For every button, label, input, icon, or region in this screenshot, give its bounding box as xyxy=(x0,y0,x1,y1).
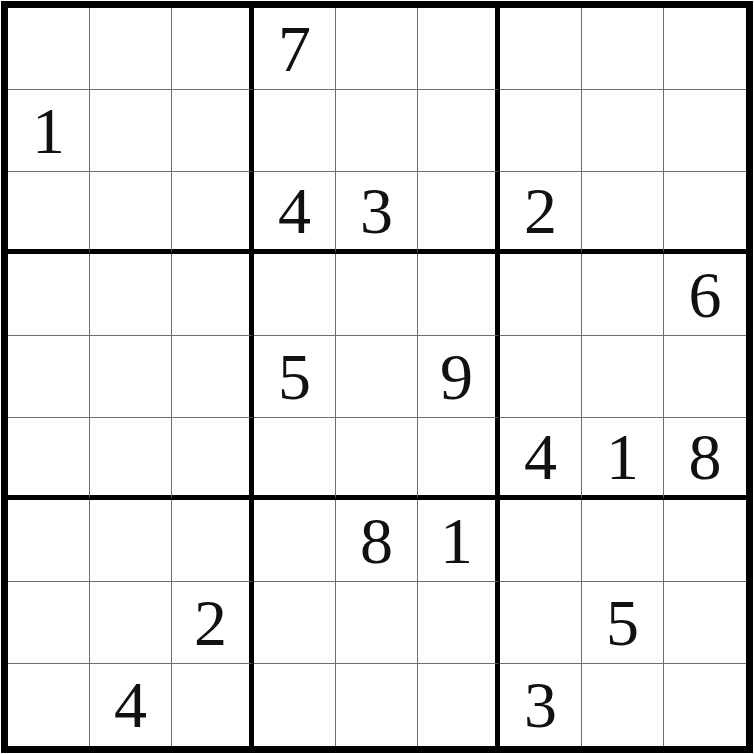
cell-r5c5-empty[interactable] xyxy=(336,336,418,418)
cell-r5c7-empty[interactable] xyxy=(500,336,582,418)
cell-r2c6-empty[interactable] xyxy=(418,90,500,172)
cell-r3c6-empty[interactable] xyxy=(418,172,500,254)
cell-r2c5-empty[interactable] xyxy=(336,90,418,172)
cell-r6c6-empty[interactable] xyxy=(418,418,500,500)
cell-r2c1-given[interactable]: 1 xyxy=(8,90,90,172)
cell-r4c5-empty[interactable] xyxy=(336,254,418,336)
cell-r5c4-given[interactable]: 5 xyxy=(254,336,336,418)
cell-r8c2-empty[interactable] xyxy=(90,582,172,664)
cell-r1c1-empty[interactable] xyxy=(8,8,90,90)
cell-r7c5-given[interactable]: 8 xyxy=(336,500,418,582)
cell-r7c9-empty[interactable] xyxy=(664,500,746,582)
cell-r4c9-given[interactable]: 6 xyxy=(664,254,746,336)
cell-r9c6-empty[interactable] xyxy=(418,664,500,746)
cell-r9c9-empty[interactable] xyxy=(664,664,746,746)
cell-r1c9-empty[interactable] xyxy=(664,8,746,90)
cell-r9c2-given[interactable]: 4 xyxy=(90,664,172,746)
cell-r3c7-given[interactable]: 2 xyxy=(500,172,582,254)
cell-r7c8-empty[interactable] xyxy=(582,500,664,582)
cell-r2c7-empty[interactable] xyxy=(500,90,582,172)
cell-r6c7-given[interactable]: 4 xyxy=(500,418,582,500)
cell-r1c2-empty[interactable] xyxy=(90,8,172,90)
cell-r2c2-empty[interactable] xyxy=(90,90,172,172)
cell-r4c1-empty[interactable] xyxy=(8,254,90,336)
cell-r8c9-empty[interactable] xyxy=(664,582,746,664)
cell-r4c3-empty[interactable] xyxy=(172,254,254,336)
cell-r4c4-empty[interactable] xyxy=(254,254,336,336)
cell-r3c1-empty[interactable] xyxy=(8,172,90,254)
cell-r3c2-empty[interactable] xyxy=(90,172,172,254)
cell-r1c8-empty[interactable] xyxy=(582,8,664,90)
cell-r7c6-given[interactable]: 1 xyxy=(418,500,500,582)
cell-r5c2-empty[interactable] xyxy=(90,336,172,418)
cell-r5c9-empty[interactable] xyxy=(664,336,746,418)
cell-r1c5-empty[interactable] xyxy=(336,8,418,90)
cell-r8c6-empty[interactable] xyxy=(418,582,500,664)
cell-r6c5-empty[interactable] xyxy=(336,418,418,500)
cell-r9c1-empty[interactable] xyxy=(8,664,90,746)
cell-r7c7-empty[interactable] xyxy=(500,500,582,582)
cell-r3c4-given[interactable]: 4 xyxy=(254,172,336,254)
cell-r6c1-empty[interactable] xyxy=(8,418,90,500)
cell-r1c7-empty[interactable] xyxy=(500,8,582,90)
cell-r1c3-empty[interactable] xyxy=(172,8,254,90)
sudoku-board: 71432659418812543 xyxy=(1,1,753,753)
cell-r7c1-empty[interactable] xyxy=(8,500,90,582)
cell-r4c8-empty[interactable] xyxy=(582,254,664,336)
cell-r8c4-empty[interactable] xyxy=(254,582,336,664)
cell-r8c5-empty[interactable] xyxy=(336,582,418,664)
cell-r9c5-empty[interactable] xyxy=(336,664,418,746)
cell-r6c9-given[interactable]: 8 xyxy=(664,418,746,500)
cell-r9c3-empty[interactable] xyxy=(172,664,254,746)
cell-r1c6-empty[interactable] xyxy=(418,8,500,90)
cell-r3c8-empty[interactable] xyxy=(582,172,664,254)
cell-r4c7-empty[interactable] xyxy=(500,254,582,336)
sudoku-board-wrapper: 71432659418812543 xyxy=(0,0,754,754)
cell-r9c7-given[interactable]: 3 xyxy=(500,664,582,746)
cell-r7c3-empty[interactable] xyxy=(172,500,254,582)
cell-r2c8-empty[interactable] xyxy=(582,90,664,172)
cell-r5c8-empty[interactable] xyxy=(582,336,664,418)
cell-r2c4-empty[interactable] xyxy=(254,90,336,172)
cell-r6c8-given[interactable]: 1 xyxy=(582,418,664,500)
cell-r6c4-empty[interactable] xyxy=(254,418,336,500)
cell-r5c1-empty[interactable] xyxy=(8,336,90,418)
cell-r8c3-given[interactable]: 2 xyxy=(172,582,254,664)
cell-r8c8-given[interactable]: 5 xyxy=(582,582,664,664)
cell-r3c5-given[interactable]: 3 xyxy=(336,172,418,254)
cell-r2c3-empty[interactable] xyxy=(172,90,254,172)
cell-r2c9-empty[interactable] xyxy=(664,90,746,172)
cell-r3c9-empty[interactable] xyxy=(664,172,746,254)
cell-r3c3-empty[interactable] xyxy=(172,172,254,254)
cell-r5c6-given[interactable]: 9 xyxy=(418,336,500,418)
cell-r7c2-empty[interactable] xyxy=(90,500,172,582)
cell-r4c6-empty[interactable] xyxy=(418,254,500,336)
cell-r9c8-empty[interactable] xyxy=(582,664,664,746)
cell-r8c7-empty[interactable] xyxy=(500,582,582,664)
cell-r9c4-empty[interactable] xyxy=(254,664,336,746)
cell-r6c3-empty[interactable] xyxy=(172,418,254,500)
cell-r4c2-empty[interactable] xyxy=(90,254,172,336)
cell-r7c4-empty[interactable] xyxy=(254,500,336,582)
cell-r8c1-empty[interactable] xyxy=(8,582,90,664)
cell-r6c2-empty[interactable] xyxy=(90,418,172,500)
cell-r5c3-empty[interactable] xyxy=(172,336,254,418)
cell-r1c4-given[interactable]: 7 xyxy=(254,8,336,90)
